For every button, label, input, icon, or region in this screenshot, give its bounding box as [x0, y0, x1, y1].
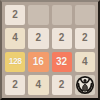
tile-2: 2	[75, 28, 95, 48]
tile-4: 4	[5, 28, 25, 48]
tile-128: 128	[5, 52, 25, 72]
tile-2: 2	[28, 28, 48, 48]
tile-2: 2	[52, 28, 72, 48]
tile-16: 16	[28, 52, 48, 72]
empty-cell	[75, 5, 95, 25]
empty-cell	[52, 5, 72, 25]
tile-32: 32	[52, 52, 72, 72]
tile-2: 2	[52, 75, 72, 95]
empty-cell	[28, 5, 48, 25]
tile-2: 2	[5, 75, 25, 95]
figure-with-raised-arms-in-circle-icon	[75, 75, 95, 95]
2048-board[interactable]: 2 4 2 2 2 128 16 32 4 2 4 2	[0, 0, 100, 100]
tile-4: 4	[28, 75, 48, 95]
tile-2: 2	[5, 5, 25, 25]
tile-4: 4	[75, 52, 95, 72]
watermark-cell	[75, 75, 95, 95]
